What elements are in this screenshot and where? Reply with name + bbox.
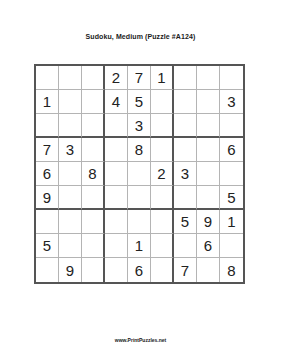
sudoku-cell-r2c8[interactable] <box>197 90 220 114</box>
sudoku-cell-r4c6[interactable] <box>151 138 174 162</box>
sudoku-cell-r1c3[interactable] <box>82 66 105 90</box>
sudoku-cell-r7c5[interactable] <box>128 210 151 234</box>
puzzle-page: Sudoku, Medium (Puzzle #A124) 2711453373… <box>0 0 281 363</box>
sudoku-cell-r3c9[interactable] <box>220 114 243 138</box>
sudoku-cell-r1c9[interactable] <box>220 66 243 90</box>
sudoku-cell-r1c6[interactable]: 1 <box>151 66 174 90</box>
sudoku-cell-r3c6[interactable] <box>151 114 174 138</box>
sudoku-cell-r8c3[interactable] <box>82 234 105 258</box>
sudoku-cell-r8c7[interactable] <box>174 234 197 258</box>
sudoku-cell-r2c7[interactable] <box>174 90 197 114</box>
sudoku-cell-r1c7[interactable] <box>174 66 197 90</box>
sudoku-cell-r4c5[interactable]: 8 <box>128 138 151 162</box>
sudoku-cell-r4c9[interactable]: 6 <box>220 138 243 162</box>
sudoku-cell-r3c4[interactable] <box>105 114 128 138</box>
sudoku-cell-r6c4[interactable] <box>105 186 128 210</box>
sudoku-cell-r1c8[interactable] <box>197 66 220 90</box>
sudoku-cell-r8c1[interactable]: 5 <box>36 234 59 258</box>
sudoku-cell-r9c8[interactable] <box>197 258 220 282</box>
sudoku-cell-r2c1[interactable]: 1 <box>36 90 59 114</box>
sudoku-cell-r7c3[interactable] <box>82 210 105 234</box>
sudoku-cell-r7c1[interactable] <box>36 210 59 234</box>
sudoku-cell-r8c4[interactable] <box>105 234 128 258</box>
sudoku-cell-r5c1[interactable]: 6 <box>36 162 59 186</box>
sudoku-cell-r7c6[interactable] <box>151 210 174 234</box>
sudoku-cell-r6c5[interactable] <box>128 186 151 210</box>
sudoku-cell-r8c6[interactable] <box>151 234 174 258</box>
sudoku-cell-r9c9[interactable]: 8 <box>220 258 243 282</box>
sudoku-cell-r2c3[interactable] <box>82 90 105 114</box>
sudoku-cell-r6c6[interactable] <box>151 186 174 210</box>
footer-url: www.PrintPuzzles.net <box>0 337 281 343</box>
sudoku-cell-r3c5[interactable]: 3 <box>128 114 151 138</box>
sudoku-cell-r4c8[interactable] <box>197 138 220 162</box>
sudoku-board: 2711453373866823955915169678 <box>34 64 245 284</box>
sudoku-cell-r4c2[interactable]: 3 <box>59 138 82 162</box>
sudoku-cell-r9c3[interactable] <box>82 258 105 282</box>
sudoku-cell-r6c2[interactable] <box>59 186 82 210</box>
sudoku-cell-r8c5[interactable]: 1 <box>128 234 151 258</box>
sudoku-cell-r7c4[interactable] <box>105 210 128 234</box>
sudoku-cell-r5c6[interactable]: 2 <box>151 162 174 186</box>
sudoku-cell-r5c3[interactable]: 8 <box>82 162 105 186</box>
sudoku-cell-r9c5[interactable]: 6 <box>128 258 151 282</box>
sudoku-cell-r4c1[interactable]: 7 <box>36 138 59 162</box>
sudoku-cell-r5c5[interactable] <box>128 162 151 186</box>
sudoku-cell-r3c7[interactable] <box>174 114 197 138</box>
sudoku-cell-r6c9[interactable]: 5 <box>220 186 243 210</box>
sudoku-cell-r9c1[interactable] <box>36 258 59 282</box>
sudoku-cell-r5c2[interactable] <box>59 162 82 186</box>
sudoku-cell-r3c8[interactable] <box>197 114 220 138</box>
sudoku-cell-r6c7[interactable] <box>174 186 197 210</box>
sudoku-cell-r9c6[interactable] <box>151 258 174 282</box>
sudoku-cell-r6c1[interactable]: 9 <box>36 186 59 210</box>
sudoku-cell-r5c9[interactable] <box>220 162 243 186</box>
sudoku-cell-r2c5[interactable]: 5 <box>128 90 151 114</box>
sudoku-cell-r4c4[interactable] <box>105 138 128 162</box>
sudoku-cell-r7c8[interactable]: 9 <box>197 210 220 234</box>
sudoku-cell-r4c7[interactable] <box>174 138 197 162</box>
sudoku-cell-r7c2[interactable] <box>59 210 82 234</box>
sudoku-cell-r2c9[interactable]: 3 <box>220 90 243 114</box>
sudoku-cell-r3c3[interactable] <box>82 114 105 138</box>
sudoku-cell-r2c4[interactable]: 4 <box>105 90 128 114</box>
sudoku-cell-r1c1[interactable] <box>36 66 59 90</box>
sudoku-cell-r5c8[interactable] <box>197 162 220 186</box>
sudoku-cell-r9c4[interactable] <box>105 258 128 282</box>
sudoku-cell-r8c8[interactable]: 6 <box>197 234 220 258</box>
sudoku-cell-r1c4[interactable]: 2 <box>105 66 128 90</box>
sudoku-cell-r1c2[interactable] <box>59 66 82 90</box>
sudoku-cell-r7c9[interactable]: 1 <box>220 210 243 234</box>
sudoku-cell-r9c2[interactable]: 9 <box>59 258 82 282</box>
page-title: Sudoku, Medium (Puzzle #A124) <box>0 33 281 40</box>
sudoku-cell-r6c3[interactable] <box>82 186 105 210</box>
sudoku-cell-r7c7[interactable]: 5 <box>174 210 197 234</box>
sudoku-cell-r3c2[interactable] <box>59 114 82 138</box>
sudoku-cell-r4c3[interactable] <box>82 138 105 162</box>
sudoku-cell-r6c8[interactable] <box>197 186 220 210</box>
sudoku-cell-r5c4[interactable] <box>105 162 128 186</box>
sudoku-cell-r9c7[interactable]: 7 <box>174 258 197 282</box>
sudoku-cell-r2c6[interactable] <box>151 90 174 114</box>
sudoku-cell-r8c2[interactable] <box>59 234 82 258</box>
sudoku-cell-r3c1[interactable] <box>36 114 59 138</box>
sudoku-cell-r5c7[interactable]: 3 <box>174 162 197 186</box>
sudoku-cell-r1c5[interactable]: 7 <box>128 66 151 90</box>
sudoku-cell-r8c9[interactable] <box>220 234 243 258</box>
sudoku-cell-r2c2[interactable] <box>59 90 82 114</box>
